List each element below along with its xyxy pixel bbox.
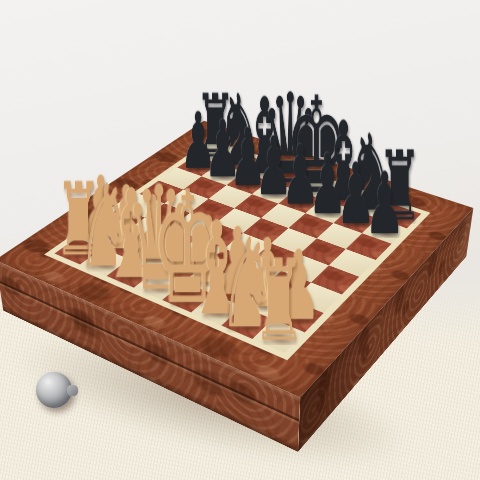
piece-black-pawn[interactable]: ♟ xyxy=(364,161,404,247)
square-h1[interactable]: ♜ xyxy=(252,319,304,353)
photo-backdrop: ♜♞♝♛♚♝♞♜♟♟♟♟♟♟♟♟♟♟♟♟♟♟♟♟♜♞♝♛♚♝♞♜ xyxy=(0,0,480,480)
drawer-knob[interactable] xyxy=(36,372,72,408)
piece-white-rook[interactable]: ♜ xyxy=(252,244,304,356)
